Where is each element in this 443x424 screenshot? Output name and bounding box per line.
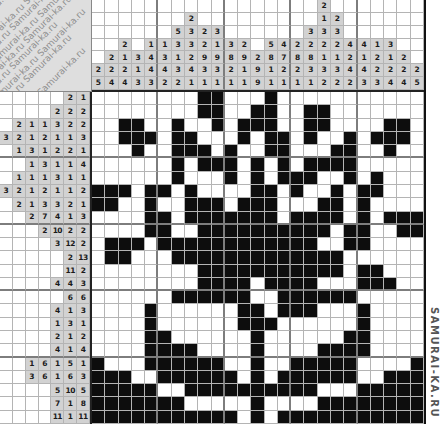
grid-cell-empty[interactable] [132, 318, 145, 331]
grid-cell-filled[interactable] [344, 145, 357, 158]
grid-cell-filled[interactable] [172, 397, 185, 410]
grid-cell-filled[interactable] [251, 265, 264, 278]
grid-cell-empty[interactable] [384, 158, 397, 171]
grid-cell-filled[interactable] [238, 132, 251, 145]
grid-cell-filled[interactable] [158, 331, 171, 344]
grid-cell-filled[interactable] [105, 198, 118, 211]
grid-cell-empty[interactable] [145, 172, 158, 185]
grid-cell-filled[interactable] [238, 198, 251, 211]
grid-cell-empty[interactable] [358, 132, 371, 145]
grid-cell-empty[interactable] [331, 384, 344, 397]
grid-cell-filled[interactable] [304, 225, 317, 238]
grid-cell-empty[interactable] [304, 318, 317, 331]
grid-cell-filled[interactable] [278, 411, 291, 424]
grid-cell-empty[interactable] [384, 291, 397, 304]
grid-cell-filled[interactable] [304, 304, 317, 317]
grid-cell-empty[interactable] [92, 225, 105, 238]
grid-cell-empty[interactable] [278, 92, 291, 105]
grid-cell-filled[interactable] [358, 225, 371, 238]
grid-cell-empty[interactable] [238, 411, 251, 424]
grid-cell-filled[interactable] [318, 251, 331, 264]
grid-cell-filled[interactable] [384, 384, 397, 397]
grid-cell-empty[interactable] [185, 265, 198, 278]
grid-cell-empty[interactable] [225, 132, 238, 145]
grid-cell-filled[interactable] [132, 411, 145, 424]
grid-cell-empty[interactable] [291, 92, 304, 105]
grid-cell-empty[interactable] [278, 344, 291, 357]
grid-cell-empty[interactable] [105, 172, 118, 185]
grid-cell-filled[interactable] [198, 278, 211, 291]
grid-cell-empty[interactable] [371, 344, 384, 357]
grid-cell-empty[interactable] [92, 212, 105, 225]
grid-cell-empty[interactable] [411, 92, 424, 105]
grid-cell-empty[interactable] [358, 119, 371, 132]
grid-cell-filled[interactable] [251, 198, 264, 211]
grid-cell-filled[interactable] [358, 344, 371, 357]
grid-cell-empty[interactable] [371, 92, 384, 105]
grid-cell-empty[interactable] [331, 238, 344, 251]
grid-cell-empty[interactable] [278, 185, 291, 198]
grid-cell-empty[interactable] [225, 185, 238, 198]
grid-cell-empty[interactable] [318, 92, 331, 105]
grid-cell-empty[interactable] [92, 119, 105, 132]
grid-cell-filled[interactable] [397, 132, 410, 145]
grid-cell-filled[interactable] [251, 119, 264, 132]
grid-cell-empty[interactable] [371, 251, 384, 264]
grid-cell-filled[interactable] [358, 238, 371, 251]
grid-cell-filled[interactable] [198, 225, 211, 238]
grid-cell-filled[interactable] [225, 145, 238, 158]
grid-cell-filled[interactable] [344, 331, 357, 344]
grid-cell-empty[interactable] [344, 212, 357, 225]
grid-cell-empty[interactable] [411, 119, 424, 132]
grid-cell-empty[interactable] [238, 358, 251, 371]
grid-cell-empty[interactable] [358, 371, 371, 384]
grid-cell-filled[interactable] [251, 172, 264, 185]
grid-cell-empty[interactable] [331, 278, 344, 291]
grid-cell-empty[interactable] [397, 92, 410, 105]
grid-cell-filled[interactable] [291, 291, 304, 304]
grid-cell-filled[interactable] [92, 384, 105, 397]
grid-cell-filled[interactable] [371, 411, 384, 424]
grid-cell-filled[interactable] [212, 119, 225, 132]
grid-cell-empty[interactable] [132, 331, 145, 344]
grid-cell-empty[interactable] [411, 172, 424, 185]
grid-cell-filled[interactable] [92, 358, 105, 371]
grid-cell-filled[interactable] [304, 132, 317, 145]
grid-cell-empty[interactable] [278, 198, 291, 211]
grid-cell-filled[interactable] [185, 238, 198, 251]
grid-cell-filled[interactable] [212, 371, 225, 384]
grid-cell-filled[interactable] [397, 384, 410, 397]
grid-cell-empty[interactable] [158, 198, 171, 211]
grid-cell-empty[interactable] [411, 132, 424, 145]
grid-cell-empty[interactable] [411, 265, 424, 278]
grid-cell-empty[interactable] [105, 344, 118, 357]
grid-cell-filled[interactable] [132, 145, 145, 158]
grid-cell-empty[interactable] [172, 105, 185, 118]
grid-cell-empty[interactable] [158, 278, 171, 291]
grid-cell-filled[interactable] [225, 411, 238, 424]
grid-cell-empty[interactable] [158, 384, 171, 397]
grid-cell-filled[interactable] [185, 251, 198, 264]
grid-cell-empty[interactable] [344, 304, 357, 317]
grid-cell-filled[interactable] [304, 105, 317, 118]
grid-cell-filled[interactable] [318, 397, 331, 410]
grid-cell-empty[interactable] [331, 132, 344, 145]
grid-cell-empty[interactable] [331, 225, 344, 238]
grid-cell-filled[interactable] [371, 384, 384, 397]
grid-cell-filled[interactable] [198, 371, 211, 384]
grid-cell-empty[interactable] [397, 145, 410, 158]
grid-cell-filled[interactable] [132, 132, 145, 145]
grid-cell-empty[interactable] [158, 172, 171, 185]
grid-cell-filled[interactable] [145, 225, 158, 238]
grid-cell-empty[interactable] [358, 358, 371, 371]
grid-cell-empty[interactable] [185, 304, 198, 317]
grid-cell-empty[interactable] [265, 172, 278, 185]
grid-cell-empty[interactable] [92, 105, 105, 118]
grid-cell-filled[interactable] [158, 185, 171, 198]
grid-cell-empty[interactable] [172, 384, 185, 397]
grid-cell-empty[interactable] [119, 318, 132, 331]
grid-cell-filled[interactable] [251, 358, 264, 371]
grid-cell-empty[interactable] [198, 172, 211, 185]
grid-cell-filled[interactable] [371, 278, 384, 291]
grid-cell-filled[interactable] [198, 411, 211, 424]
grid-cell-empty[interactable] [105, 318, 118, 331]
grid-cell-filled[interactable] [318, 212, 331, 225]
grid-cell-empty[interactable] [238, 158, 251, 171]
grid-cell-empty[interactable] [238, 331, 251, 344]
grid-cell-filled[interactable] [251, 251, 264, 264]
grid-cell-filled[interactable] [397, 371, 410, 384]
grid-cell-filled[interactable] [344, 172, 357, 185]
grid-cell-filled[interactable] [198, 265, 211, 278]
grid-cell-empty[interactable] [105, 119, 118, 132]
grid-cell-empty[interactable] [304, 185, 317, 198]
grid-cell-filled[interactable] [105, 238, 118, 251]
grid-cell-empty[interactable] [158, 251, 171, 264]
grid-cell-filled[interactable] [172, 291, 185, 304]
grid-cell-empty[interactable] [331, 304, 344, 317]
grid-cell-empty[interactable] [344, 318, 357, 331]
grid-cell-filled[interactable] [198, 92, 211, 105]
grid-cell-empty[interactable] [304, 344, 317, 357]
grid-cell-filled[interactable] [278, 291, 291, 304]
grid-cell-filled[interactable] [265, 185, 278, 198]
grid-cell-filled[interactable] [92, 185, 105, 198]
grid-cell-filled[interactable] [212, 158, 225, 171]
grid-cell-empty[interactable] [371, 145, 384, 158]
grid-cell-filled[interactable] [185, 384, 198, 397]
grid-cell-filled[interactable] [158, 358, 171, 371]
grid-cell-empty[interactable] [92, 318, 105, 331]
grid-cell-empty[interactable] [132, 344, 145, 357]
grid-cell-filled[interactable] [384, 397, 397, 410]
grid-cell-filled[interactable] [198, 291, 211, 304]
grid-cell-filled[interactable] [145, 132, 158, 145]
grid-cell-filled[interactable] [265, 384, 278, 397]
grid-cell-empty[interactable] [132, 185, 145, 198]
grid-cell-filled[interactable] [225, 251, 238, 264]
grid-cell-filled[interactable] [304, 172, 317, 185]
grid-cell-filled[interactable] [291, 238, 304, 251]
grid-cell-filled[interactable] [358, 384, 371, 397]
grid-cell-filled[interactable] [344, 291, 357, 304]
grid-cell-empty[interactable] [278, 105, 291, 118]
grid-cell-empty[interactable] [92, 92, 105, 105]
grid-cell-filled[interactable] [344, 238, 357, 251]
grid-cell-filled[interactable] [318, 344, 331, 357]
grid-cell-empty[interactable] [225, 358, 238, 371]
grid-cell-filled[interactable] [158, 397, 171, 410]
grid-cell-filled[interactable] [158, 238, 171, 251]
grid-cell-filled[interactable] [212, 358, 225, 371]
grid-cell-empty[interactable] [198, 318, 211, 331]
grid-cell-filled[interactable] [265, 238, 278, 251]
grid-cell-empty[interactable] [185, 105, 198, 118]
grid-cell-filled[interactable] [358, 185, 371, 198]
grid-cell-empty[interactable] [92, 158, 105, 171]
grid-cell-empty[interactable] [132, 304, 145, 317]
grid-cell-empty[interactable] [384, 304, 397, 317]
grid-cell-empty[interactable] [291, 158, 304, 171]
grid-cell-empty[interactable] [397, 198, 410, 211]
grid-cell-filled[interactable] [212, 278, 225, 291]
grid-cell-filled[interactable] [291, 358, 304, 371]
grid-cell-empty[interactable] [105, 158, 118, 171]
grid-cell-empty[interactable] [158, 119, 171, 132]
grid-cell-filled[interactable] [358, 318, 371, 331]
grid-cell-filled[interactable] [251, 158, 264, 171]
grid-cell-empty[interactable] [185, 92, 198, 105]
grid-cell-empty[interactable] [265, 411, 278, 424]
grid-cell-filled[interactable] [238, 225, 251, 238]
grid-cell-empty[interactable] [212, 344, 225, 357]
grid-cell-filled[interactable] [331, 371, 344, 384]
grid-cell-filled[interactable] [291, 185, 304, 198]
grid-cell-filled[interactable] [397, 411, 410, 424]
grid-cell-filled[interactable] [172, 145, 185, 158]
grid-cell-empty[interactable] [132, 371, 145, 384]
grid-cell-empty[interactable] [145, 145, 158, 158]
grid-cell-filled[interactable] [172, 132, 185, 145]
grid-cell-empty[interactable] [331, 105, 344, 118]
grid-cell-filled[interactable] [225, 225, 238, 238]
grid-cell-filled[interactable] [304, 212, 317, 225]
grid-cell-empty[interactable] [384, 185, 397, 198]
grid-cell-filled[interactable] [119, 371, 132, 384]
grid-cell-empty[interactable] [251, 132, 264, 145]
grid-cell-filled[interactable] [291, 304, 304, 317]
grid-cell-empty[interactable] [105, 92, 118, 105]
grid-cell-filled[interactable] [318, 105, 331, 118]
grid-cell-empty[interactable] [172, 185, 185, 198]
grid-cell-empty[interactable] [238, 185, 251, 198]
grid-cell-filled[interactable] [92, 397, 105, 410]
grid-cell-empty[interactable] [105, 358, 118, 371]
grid-cell-empty[interactable] [411, 145, 424, 158]
grid-cell-empty[interactable] [411, 185, 424, 198]
grid-cell-filled[interactable] [291, 225, 304, 238]
grid-cell-filled[interactable] [265, 251, 278, 264]
grid-cell-empty[interactable] [344, 185, 357, 198]
grid-cell-filled[interactable] [198, 198, 211, 211]
grid-cell-filled[interactable] [225, 158, 238, 171]
grid-cell-filled[interactable] [358, 278, 371, 291]
grid-cell-filled[interactable] [304, 384, 317, 397]
grid-cell-filled[interactable] [304, 158, 317, 171]
grid-cell-empty[interactable] [158, 105, 171, 118]
grid-cell-filled[interactable] [251, 304, 264, 317]
grid-cell-filled[interactable] [251, 371, 264, 384]
grid-cell-empty[interactable] [411, 331, 424, 344]
grid-cell-empty[interactable] [358, 105, 371, 118]
grid-cell-filled[interactable] [344, 132, 357, 145]
grid-cell-empty[interactable] [291, 145, 304, 158]
grid-cell-empty[interactable] [145, 238, 158, 251]
grid-cell-empty[interactable] [411, 291, 424, 304]
grid-cell-empty[interactable] [225, 92, 238, 105]
grid-cell-empty[interactable] [397, 291, 410, 304]
grid-cell-filled[interactable] [185, 198, 198, 211]
grid-cell-empty[interactable] [119, 145, 132, 158]
grid-cell-empty[interactable] [212, 304, 225, 317]
grid-cell-empty[interactable] [132, 358, 145, 371]
grid-cell-filled[interactable] [331, 344, 344, 357]
grid-cell-empty[interactable] [371, 158, 384, 171]
grid-cell-filled[interactable] [331, 198, 344, 211]
grid-cell-filled[interactable] [145, 185, 158, 198]
grid-cell-empty[interactable] [172, 198, 185, 211]
grid-cell-filled[interactable] [145, 358, 158, 371]
grid-cell-filled[interactable] [132, 384, 145, 397]
grid-cell-empty[interactable] [105, 304, 118, 317]
grid-cell-empty[interactable] [411, 251, 424, 264]
grid-cell-filled[interactable] [265, 132, 278, 145]
grid-cell-filled[interactable] [318, 358, 331, 371]
grid-cell-filled[interactable] [158, 344, 171, 357]
grid-cell-filled[interactable] [212, 212, 225, 225]
grid-cell-empty[interactable] [411, 105, 424, 118]
grid-cell-filled[interactable] [251, 397, 264, 410]
grid-cell-empty[interactable] [185, 172, 198, 185]
grid-cell-empty[interactable] [344, 105, 357, 118]
grid-cell-filled[interactable] [411, 212, 424, 225]
grid-cell-filled[interactable] [411, 358, 424, 371]
grid-cell-filled[interactable] [251, 411, 264, 424]
grid-cell-empty[interactable] [225, 344, 238, 357]
grid-cell-filled[interactable] [331, 185, 344, 198]
grid-cell-filled[interactable] [105, 411, 118, 424]
grid-cell-empty[interactable] [371, 212, 384, 225]
grid-cell-filled[interactable] [145, 331, 158, 344]
grid-cell-filled[interactable] [384, 371, 397, 384]
grid-cell-filled[interactable] [291, 212, 304, 225]
grid-cell-filled[interactable] [344, 158, 357, 171]
grid-cell-filled[interactable] [344, 344, 357, 357]
grid-cell-filled[interactable] [198, 212, 211, 225]
grid-cell-filled[interactable] [411, 371, 424, 384]
grid-cell-filled[interactable] [411, 225, 424, 238]
grid-cell-filled[interactable] [145, 318, 158, 331]
grid-cell-empty[interactable] [384, 225, 397, 238]
grid-cell-empty[interactable] [397, 172, 410, 185]
grid-cell-filled[interactable] [304, 251, 317, 264]
grid-cell-empty[interactable] [145, 105, 158, 118]
grid-cell-empty[interactable] [331, 172, 344, 185]
grid-cell-empty[interactable] [265, 358, 278, 371]
grid-cell-empty[interactable] [371, 238, 384, 251]
grid-cell-empty[interactable] [172, 304, 185, 317]
grid-cell-filled[interactable] [384, 278, 397, 291]
grid-cell-filled[interactable] [119, 397, 132, 410]
grid-cell-filled[interactable] [251, 238, 264, 251]
grid-cell-empty[interactable] [265, 397, 278, 410]
grid-cell-empty[interactable] [265, 371, 278, 384]
grid-cell-empty[interactable] [172, 265, 185, 278]
grid-cell-empty[interactable] [212, 145, 225, 158]
grid-cell-empty[interactable] [384, 265, 397, 278]
grid-cell-empty[interactable] [238, 172, 251, 185]
grid-cell-filled[interactable] [119, 185, 132, 198]
grid-cell-empty[interactable] [132, 158, 145, 171]
grid-cell-empty[interactable] [132, 251, 145, 264]
grid-cell-filled[interactable] [358, 265, 371, 278]
grid-cell-filled[interactable] [145, 384, 158, 397]
grid-cell-filled[interactable] [291, 384, 304, 397]
grid-cell-filled[interactable] [238, 119, 251, 132]
grid-cell-filled[interactable] [132, 238, 145, 251]
grid-cell-empty[interactable] [265, 331, 278, 344]
grid-cell-filled[interactable] [172, 371, 185, 384]
grid-cell-filled[interactable] [384, 132, 397, 145]
grid-cell-filled[interactable] [344, 371, 357, 384]
grid-cell-empty[interactable] [212, 132, 225, 145]
grid-cell-filled[interactable] [265, 119, 278, 132]
grid-cell-filled[interactable] [212, 238, 225, 251]
grid-cell-filled[interactable] [318, 265, 331, 278]
grid-cell-filled[interactable] [358, 411, 371, 424]
grid-cell-filled[interactable] [265, 212, 278, 225]
grid-cell-empty[interactable] [384, 198, 397, 211]
grid-cell-filled[interactable] [105, 371, 118, 384]
grid-cell-empty[interactable] [238, 145, 251, 158]
grid-cell-empty[interactable] [397, 238, 410, 251]
grid-cell-filled[interactable] [251, 331, 264, 344]
grid-cell-filled[interactable] [212, 251, 225, 264]
grid-cell-filled[interactable] [185, 411, 198, 424]
grid-cell-empty[interactable] [397, 318, 410, 331]
grid-cell-filled[interactable] [371, 172, 384, 185]
grid-cell-filled[interactable] [172, 172, 185, 185]
grid-cell-empty[interactable] [411, 198, 424, 211]
grid-cell-empty[interactable] [265, 304, 278, 317]
grid-cell-filled[interactable] [238, 278, 251, 291]
grid-cell-empty[interactable] [105, 132, 118, 145]
grid-cell-filled[interactable] [92, 371, 105, 384]
grid-cell-filled[interactable] [331, 212, 344, 225]
grid-cell-empty[interactable] [225, 119, 238, 132]
grid-cell-filled[interactable] [344, 411, 357, 424]
grid-cell-filled[interactable] [198, 358, 211, 371]
grid-cell-empty[interactable] [411, 278, 424, 291]
grid-cell-empty[interactable] [119, 198, 132, 211]
grid-cell-empty[interactable] [411, 158, 424, 171]
grid-cell-filled[interactable] [185, 358, 198, 371]
grid-cell-filled[interactable] [397, 225, 410, 238]
